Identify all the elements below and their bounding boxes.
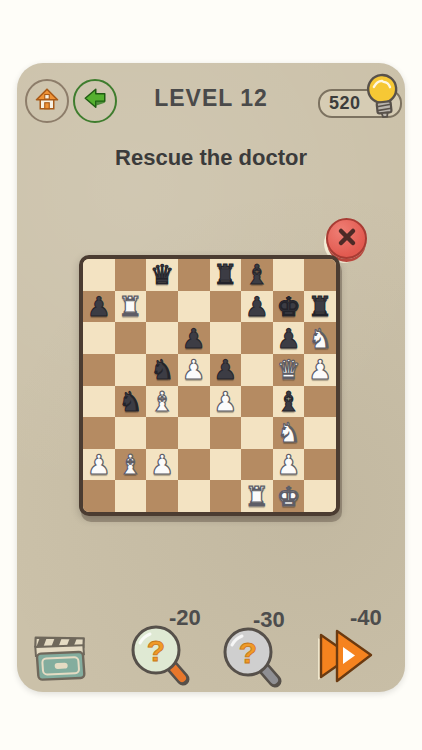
white-knight[interactable]: ♞ [276,419,300,446]
black-pawn[interactable]: ♟ [182,325,206,352]
square-d1[interactable] [178,480,210,512]
square-c4[interactable]: ♝ [146,386,178,418]
square-a8[interactable] [83,259,115,291]
square-h3[interactable] [304,417,336,449]
clapperboard-icon [31,670,91,687]
white-pawn[interactable]: ♟ [276,451,300,478]
square-h6[interactable]: ♞ [304,322,336,354]
square-d5[interactable]: ♟ [178,354,210,386]
level-title: LEVEL 12 [121,85,301,112]
square-b2[interactable]: ♝ [115,449,147,481]
square-e1[interactable] [210,480,242,512]
chess-board-frame: ♛♜♝♟♜♟♚♜♟♟♞♞♟♟♛♟♞♝♟♝♞♟♝♟♟♜♚ [79,255,340,516]
square-a1[interactable] [83,480,115,512]
square-g2[interactable]: ♟ [273,449,305,481]
white-rook[interactable]: ♜ [245,483,269,510]
square-g1[interactable]: ♚ [273,480,305,512]
puzzle-title: Rescue the doctor [17,145,405,171]
white-bishop[interactable]: ♝ [150,388,174,415]
magnifier-question-gray-icon: ? [217,677,291,694]
square-g7[interactable]: ♚ [273,291,305,323]
square-g6[interactable]: ♟ [273,322,305,354]
black-rook[interactable]: ♜ [308,293,332,320]
square-c7[interactable] [146,291,178,323]
square-f8[interactable]: ♝ [241,259,273,291]
white-queen[interactable]: ♛ [276,356,300,383]
black-bishop[interactable]: ♝ [245,261,269,288]
black-queen[interactable]: ♛ [150,261,174,288]
square-f4[interactable] [241,386,273,418]
square-c1[interactable] [146,480,178,512]
app-screen: LEVEL 12 520 Rescue the doctor [0,0,422,750]
back-button[interactable] [73,79,117,123]
square-h7[interactable]: ♜ [304,291,336,323]
square-g4[interactable]: ♝ [273,386,305,418]
square-a5[interactable] [83,354,115,386]
square-e4[interactable]: ♟ [210,386,242,418]
black-knight[interactable]: ♞ [150,356,174,383]
square-f5[interactable] [241,354,273,386]
square-d8[interactable] [178,259,210,291]
back-arrow-icon [80,84,110,118]
square-e2[interactable] [210,449,242,481]
square-c5[interactable]: ♞ [146,354,178,386]
square-c6[interactable] [146,322,178,354]
black-king[interactable]: ♚ [276,293,300,320]
skip-button[interactable] [313,623,381,687]
square-h2[interactable] [304,449,336,481]
square-e6[interactable] [210,322,242,354]
square-a3[interactable] [83,417,115,449]
white-pawn[interactable]: ♟ [87,451,111,478]
square-a6[interactable] [83,322,115,354]
square-h8[interactable] [304,259,336,291]
square-b4[interactable]: ♞ [115,386,147,418]
square-a2[interactable]: ♟ [83,449,115,481]
square-h1[interactable] [304,480,336,512]
white-pawn[interactable]: ♟ [213,388,237,415]
white-pawn[interactable]: ♟ [308,356,332,383]
square-e3[interactable] [210,417,242,449]
square-d4[interactable] [178,386,210,418]
black-pawn[interactable]: ♟ [213,356,237,383]
white-bishop[interactable]: ♝ [118,451,142,478]
square-h5[interactable]: ♟ [304,354,336,386]
square-f1[interactable]: ♜ [241,480,273,512]
home-icon [32,84,62,118]
square-f3[interactable] [241,417,273,449]
square-f7[interactable]: ♟ [241,291,273,323]
square-e7[interactable] [210,291,242,323]
watch-ad-button[interactable] [31,626,91,684]
square-a4[interactable] [83,386,115,418]
square-g3[interactable]: ♞ [273,417,305,449]
black-bishop[interactable]: ♝ [276,388,300,415]
square-f6[interactable] [241,322,273,354]
white-pawn[interactable]: ♟ [182,356,206,383]
square-e8[interactable]: ♜ [210,259,242,291]
svg-text:?: ? [147,634,165,667]
hint-button[interactable]: ? [125,621,199,689]
black-pawn[interactable]: ♟ [276,325,300,352]
lightbulb-icon[interactable] [361,72,405,122]
square-b1[interactable] [115,480,147,512]
coin-count: 520 [320,93,361,114]
square-a7[interactable]: ♟ [83,291,115,323]
square-h4[interactable] [304,386,336,418]
square-c3[interactable] [146,417,178,449]
reveal-button[interactable]: ? [217,623,291,691]
black-knight[interactable]: ♞ [118,388,142,415]
svg-text:?: ? [239,636,257,669]
square-c8[interactable]: ♛ [146,259,178,291]
fast-forward-icon [313,673,381,690]
puzzle-card: LEVEL 12 520 Rescue the doctor [17,63,405,692]
square-d3[interactable] [178,417,210,449]
square-d7[interactable] [178,291,210,323]
square-b6[interactable] [115,322,147,354]
square-c2[interactable]: ♟ [146,449,178,481]
magnifier-question-icon: ? [125,675,199,692]
square-b5[interactable] [115,354,147,386]
black-pawn[interactable]: ♟ [245,293,269,320]
white-king[interactable]: ♚ [276,483,300,510]
home-button[interactable] [25,79,69,123]
square-d6[interactable]: ♟ [178,322,210,354]
square-b8[interactable] [115,259,147,291]
close-button[interactable] [326,218,367,259]
square-f2[interactable] [241,449,273,481]
square-b3[interactable] [115,417,147,449]
white-pawn[interactable]: ♟ [150,451,174,478]
chess-board[interactable]: ♛♜♝♟♜♟♚♜♟♟♞♞♟♟♛♟♞♝♟♝♞♟♝♟♟♜♚ [83,259,336,512]
square-e5[interactable]: ♟ [210,354,242,386]
white-rook[interactable]: ♜ [118,293,142,320]
white-knight[interactable]: ♞ [308,325,332,352]
square-b7[interactable]: ♜ [115,291,147,323]
square-g8[interactable] [273,259,305,291]
square-d2[interactable] [178,449,210,481]
close-x-icon [337,227,357,251]
square-g5[interactable]: ♛ [273,354,305,386]
black-rook[interactable]: ♜ [213,261,237,288]
black-pawn[interactable]: ♟ [87,293,111,320]
